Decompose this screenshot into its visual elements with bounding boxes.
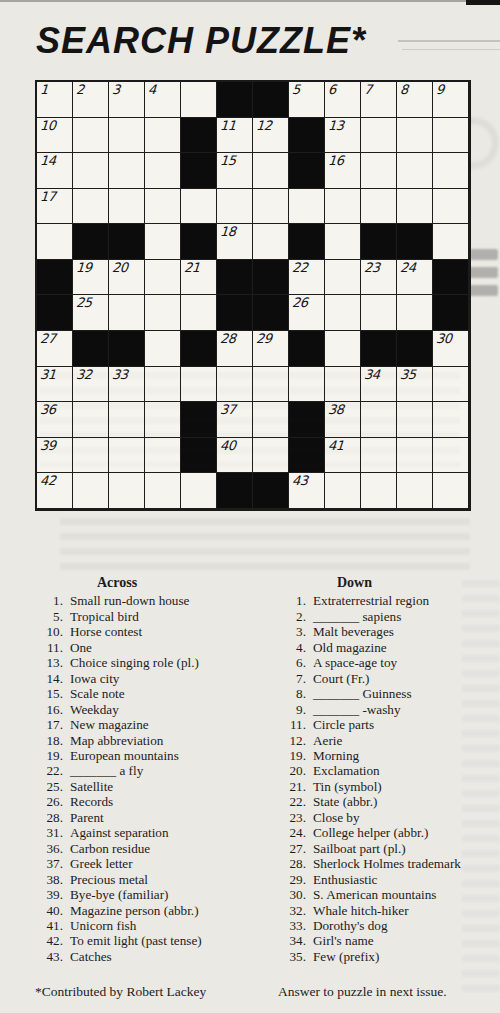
clue-number: 22. [35,763,63,778]
clue-text: Map abbreviation [70,733,265,748]
cell-r8c4[interactable] [145,331,181,367]
cell-number: 9 [435,82,444,98]
clue-number: 13. [35,655,63,670]
cell-number: 42 [39,473,56,489]
cell-number: 31 [39,367,56,383]
cell-r7c2[interactable]: 25 [73,295,109,331]
clue-down-22: 22.State (abbr.) [278,794,490,809]
cell-r7c8[interactable]: 26 [289,295,325,331]
cell-r1c10[interactable]: 7 [361,82,397,118]
clue-number: 4. [278,640,306,655]
page-title: SEARCH PUZZLE* [36,20,366,62]
cell-r12c1[interactable]: 42 [37,473,73,509]
cell-number: 41 [327,438,344,454]
cell-r10c9[interactable]: 38 [325,402,361,438]
cell-r1c8[interactable]: 5 [289,82,325,118]
cell-r12c8[interactable]: 43 [289,473,325,509]
clue-number: 19. [278,748,306,763]
cell-r11c8 [289,438,325,474]
clue-text: Scale note [70,686,265,701]
cell-r1c6 [217,82,253,118]
cell-number: 38 [327,402,344,418]
clue-number: 16. [35,702,63,717]
cell-r8c7[interactable]: 29 [253,331,289,367]
cell-r4c2[interactable] [73,189,109,225]
clue-across-11: 11.One [35,640,265,655]
cell-r5c10 [361,224,397,260]
cell-r2c12[interactable] [433,118,469,154]
cell-r4c8[interactable] [289,189,325,225]
clue-across-1: 1.Small run-down house [35,593,265,608]
clue-number: 10. [35,624,63,639]
cell-r1c11[interactable]: 8 [397,82,433,118]
cell-r3c3[interactable] [109,153,145,189]
cell-r11c3[interactable] [109,438,145,474]
cell-r7c4[interactable] [145,295,181,331]
clue-number: 36. [35,841,63,856]
cell-r5c9[interactable] [325,224,361,260]
cell-r3c12[interactable] [433,153,469,189]
clue-text: State (abbr.) [313,794,490,809]
clue-text: Precious metal [70,872,265,887]
clue-text: Court (Fr.) [313,671,490,686]
clue-text: Against separation [70,825,265,840]
cell-r7c10[interactable] [361,295,397,331]
clue-down-9: 9._______ -washy [278,702,490,717]
cell-r1c7 [253,82,289,118]
across-clues-section: Across 1.Small run-down house5.Tropical … [35,575,265,964]
clue-across-25: 25.Satellite [35,779,265,794]
cell-number: 28 [219,331,236,347]
cell-r12c2[interactable] [73,473,109,509]
cell-r11c6[interactable]: 40 [217,438,253,474]
cell-r9c6[interactable] [217,367,253,403]
clue-across-10: 10.Horse contest [35,624,265,639]
cell-number: 30 [435,331,452,347]
cell-r3c9[interactable]: 16 [325,153,361,189]
cell-r2c10[interactable] [361,118,397,154]
clue-across-39: 39.Bye-bye (familiar) [35,887,265,902]
clue-text: Extraterrestrial region [313,593,490,608]
cell-number: 3 [111,82,120,98]
cell-r3c5 [181,153,217,189]
cell-r8c8 [289,331,325,367]
clue-down-35: 35.Few (prefix) [278,949,490,964]
scan-corner-mark [466,0,500,5]
clue-down-28: 28.Sherlock Holmes trademark [278,856,490,871]
clue-number: 30. [278,887,306,902]
cell-r9c2[interactable]: 32 [73,367,109,403]
cell-r11c2[interactable] [73,438,109,474]
cell-r6c11[interactable]: 24 [397,260,433,296]
clue-text: _______ Guinness [313,686,490,701]
clue-across-18: 18.Map abbreviation [35,733,265,748]
clue-across-43: 43.Catches [35,949,265,964]
cell-number: 13 [327,118,344,134]
cell-r11c1[interactable]: 39 [37,438,73,474]
cell-r10c12[interactable] [433,402,469,438]
across-header: Across [35,575,265,590]
print-bleed-rule [398,40,500,42]
cell-r12c12[interactable] [433,473,469,509]
print-bleed-artifact [470,249,498,260]
cell-r3c7[interactable] [253,153,289,189]
clue-across-17: 17.New magazine [35,717,265,732]
cell-number: 5 [291,82,300,98]
cell-r8c12[interactable]: 30 [433,331,469,367]
clue-text: Close by [313,810,490,825]
cell-r11c4[interactable] [145,438,181,474]
clue-number: 3. [278,624,306,639]
cell-r2c8 [289,118,325,154]
clue-across-37: 37.Greek letter [35,856,265,871]
cell-r2c2[interactable] [73,118,109,154]
clue-across-5: 5.Tropical bird [35,609,265,624]
cell-r3c10[interactable] [361,153,397,189]
cell-r8c3 [109,331,145,367]
clue-number: 26. [35,794,63,809]
cell-r4c7[interactable] [253,189,289,225]
clue-down-11: 11.Circle parts [278,717,490,732]
cell-r9c5[interactable] [181,367,217,403]
cell-number: 16 [327,153,344,169]
clue-down-32: 32.Whale hitch-hiker [278,903,490,918]
cell-r10c1[interactable]: 36 [37,402,73,438]
clue-text: Small run-down house [70,593,265,608]
clue-number: 34. [278,933,306,948]
down-clues-section: Down 1.Extraterrestrial region2._______ … [278,575,490,964]
cell-r1c12[interactable]: 9 [433,82,469,118]
clue-across-31: 31.Against separation [35,825,265,840]
cell-r6c9[interactable] [325,260,361,296]
print-bleed-artifact [468,267,498,278]
cell-r7c11[interactable] [397,295,433,331]
cell-r12c3[interactable] [109,473,145,509]
cell-r11c10[interactable] [361,438,397,474]
cell-r10c5 [181,402,217,438]
cell-r8c10 [361,331,397,367]
clue-number: 27. [278,841,306,856]
clue-number: 2. [278,609,306,624]
clue-text: Sailboat part (pl.) [313,841,490,856]
clue-text: A space-age toy [313,655,490,670]
cell-r8c9[interactable] [325,331,361,367]
clue-text: Unicorn fish [70,918,265,933]
clue-number: 38. [35,872,63,887]
cell-r2c1[interactable]: 10 [37,118,73,154]
print-bleed-artifact [468,285,498,296]
clue-across-26: 26.Records [35,794,265,809]
cell-r3c2[interactable] [73,153,109,189]
cell-r9c8[interactable] [289,367,325,403]
cell-r6c4[interactable] [145,260,181,296]
cell-r8c11 [397,331,433,367]
cell-r9c3[interactable]: 33 [109,367,145,403]
clue-number: 9. [278,702,306,717]
clue-text: Tin (symbol) [313,779,490,794]
clue-down-8: 8._______ Guinness [278,686,490,701]
clue-number: 31. [35,825,63,840]
cell-r2c4[interactable] [145,118,181,154]
cell-r1c9[interactable]: 6 [325,82,361,118]
cell-r9c12[interactable] [433,367,469,403]
cell-r5c6[interactable]: 18 [217,224,253,260]
cell-r11c11[interactable] [397,438,433,474]
clue-number: 40. [35,903,63,918]
cell-r7c5[interactable] [181,295,217,331]
cell-r7c7 [253,295,289,331]
cell-r10c3[interactable] [109,402,145,438]
clue-number: 23. [278,810,306,825]
cell-r11c9[interactable]: 41 [325,438,361,474]
cell-r12c7 [253,473,289,509]
cell-r9c1[interactable]: 31 [37,367,73,403]
clue-down-20: 20.Exclamation [278,763,490,778]
cell-number: 15 [219,153,236,169]
clue-across-41: 41.Unicorn fish [35,918,265,933]
cell-r9c7[interactable] [253,367,289,403]
cell-r12c11[interactable] [397,473,433,509]
down-clue-list: 1.Extraterrestrial region2._______ sapie… [278,593,490,964]
clue-number: 15. [35,686,63,701]
cell-number: 43 [291,473,308,489]
cell-r1c1[interactable]: 1 [37,82,73,118]
clue-number: 22. [278,794,306,809]
cell-r10c2[interactable] [73,402,109,438]
clue-text: _______ a fly [70,763,265,778]
cell-r6c8[interactable]: 22 [289,260,325,296]
clue-text: Sherlock Holmes trademark [313,856,490,871]
clue-text: Iowa city [70,671,265,686]
clue-number: 20. [278,763,306,778]
clue-number: 17. [35,717,63,732]
clue-across-16: 16.Weekday [35,702,265,717]
clue-down-2: 2._______ sapiens [278,609,490,624]
cell-number: 27 [39,331,56,347]
cell-r2c6[interactable]: 11 [217,118,253,154]
clue-text: S. American mountains [313,887,490,902]
clue-text: Carbon residue [70,841,265,856]
cell-number: 35 [399,367,416,383]
cell-r1c3[interactable]: 3 [109,82,145,118]
cell-r5c2 [73,224,109,260]
cell-r9c4[interactable] [145,367,181,403]
cell-r2c11[interactable] [397,118,433,154]
cell-r6c10[interactable]: 23 [361,260,397,296]
clue-number: 12. [278,733,306,748]
clue-down-3: 3.Malt beverages [278,624,490,639]
cell-r10c11[interactable] [397,402,433,438]
cell-r5c5 [181,224,217,260]
clue-number: 29. [278,872,306,887]
cell-r4c6[interactable] [217,189,253,225]
clue-text: Tropical bird [70,609,265,624]
clue-text: Few (prefix) [313,949,490,964]
clue-number: 11. [35,640,63,655]
cell-number: 26 [291,295,308,311]
cell-number: 40 [219,438,236,454]
print-bleed-text [60,518,470,570]
clue-number: 24. [278,825,306,840]
cell-r6c1 [37,260,73,296]
cell-number: 19 [75,260,92,276]
across-clue-list: 1.Small run-down house5.Tropical bird10.… [35,593,265,964]
clue-text: Parent [70,810,265,825]
cell-r6c6 [217,260,253,296]
answer-note: Answer to puzzle in next issue. [278,984,447,1000]
clue-text: Girl's name [313,933,490,948]
cell-r10c4[interactable] [145,402,181,438]
clue-text: Enthusiastic [313,872,490,887]
clue-number: 42. [35,933,63,948]
cell-r7c12 [433,295,469,331]
clue-number: 25. [35,779,63,794]
clue-down-30: 30.S. American mountains [278,887,490,902]
cell-number: 33 [111,367,128,383]
cell-r4c10[interactable] [361,189,397,225]
cell-r5c1[interactable] [37,224,73,260]
clue-down-23: 23.Close by [278,810,490,825]
clue-across-36: 36.Carbon residue [35,841,265,856]
cell-number: 12 [255,118,272,134]
cell-number: 11 [219,118,236,134]
cell-r10c10[interactable] [361,402,397,438]
cell-r3c4[interactable] [145,153,181,189]
cell-r3c1[interactable]: 14 [37,153,73,189]
cell-r7c9[interactable] [325,295,361,331]
cell-r4c4[interactable] [145,189,181,225]
cell-r12c5[interactable] [181,473,217,509]
cell-r11c12[interactable] [433,438,469,474]
cell-r8c5 [181,331,217,367]
cell-r5c8 [289,224,325,260]
cell-r8c1[interactable]: 27 [37,331,73,367]
clue-number: 39. [35,887,63,902]
clue-text: College helper (abbr.) [313,825,490,840]
cell-r10c6[interactable]: 37 [217,402,253,438]
cell-number: 7 [363,82,372,98]
cell-r2c7[interactable]: 12 [253,118,289,154]
clue-text: Weekday [70,702,265,717]
cell-r8c2 [73,331,109,367]
clue-text: Old magazine [313,640,490,655]
cell-r4c3[interactable] [109,189,145,225]
clue-text: Circle parts [313,717,490,732]
cell-number: 24 [399,260,416,276]
clue-number: 33. [278,918,306,933]
cell-r12c4[interactable] [145,473,181,509]
cell-r9c11[interactable]: 35 [397,367,433,403]
clue-down-12: 12.Aerie [278,733,490,748]
clue-text: To emit light (past tense) [70,933,265,948]
cell-number: 1 [39,82,48,98]
cell-r3c6[interactable]: 15 [217,153,253,189]
cell-r7c3[interactable] [109,295,145,331]
cell-r10c7[interactable] [253,402,289,438]
contributor-note: *Contributed by Robert Lackey [35,984,206,1000]
cell-number: 20 [111,260,128,276]
cell-r11c7[interactable] [253,438,289,474]
cell-r4c9[interactable] [325,189,361,225]
cell-r9c10[interactable]: 34 [361,367,397,403]
cell-r2c3[interactable] [109,118,145,154]
cell-r6c5[interactable]: 21 [181,260,217,296]
clue-number: 32. [278,903,306,918]
cell-r5c4[interactable] [145,224,181,260]
clue-text: Morning [313,748,490,763]
clue-down-27: 27.Sailboat part (pl.) [278,841,490,856]
cell-r12c10[interactable] [361,473,397,509]
cell-number: 8 [399,82,408,98]
cell-number: 17 [39,189,56,205]
clue-across-15: 15.Scale note [35,686,265,701]
cell-r5c7[interactable] [253,224,289,260]
clue-text: European mountains [70,748,265,763]
clue-text: Malt beverages [313,624,490,639]
clue-text: Dorothy's dog [313,918,490,933]
cell-r1c4[interactable]: 4 [145,82,181,118]
cell-r4c11[interactable] [397,189,433,225]
cell-number: 25 [75,295,92,311]
clue-down-24: 24.College helper (abbr.) [278,825,490,840]
clue-down-6: 6.A space-age toy [278,655,490,670]
clue-across-22: 22._______ a fly [35,763,265,778]
cell-r8c6[interactable]: 28 [217,331,253,367]
clue-text: Magazine person (abbr.) [70,903,265,918]
cell-r1c5[interactable] [181,82,217,118]
clue-number: 1. [35,593,63,608]
cell-r6c7 [253,260,289,296]
print-bleed-rule [402,49,500,50]
clue-text: Catches [70,949,265,964]
cell-r2c9[interactable]: 13 [325,118,361,154]
clue-text: Choice singing role (pl.) [70,655,265,670]
cell-number: 6 [327,82,336,98]
clue-number: 18. [35,733,63,748]
clue-number: 43. [35,949,63,964]
clue-down-7: 7.Court (Fr.) [278,671,490,686]
clue-text: Horse contest [70,624,265,639]
cell-number: 23 [363,260,380,276]
cell-r7c6 [217,295,253,331]
scan-edge-line [0,0,500,2]
clue-text: Bye-bye (familiar) [70,887,265,902]
cell-r4c12[interactable] [433,189,469,225]
cell-r12c9[interactable] [325,473,361,509]
clue-number: 41. [35,918,63,933]
cell-number: 36 [39,402,56,418]
cell-r5c12[interactable] [433,224,469,260]
cell-r6c3[interactable]: 20 [109,260,145,296]
clue-text: Greek letter [70,856,265,871]
cell-r3c11[interactable] [397,153,433,189]
crossword-grid: 1234567891011121314151617181920212223242… [35,80,471,511]
cell-r4c5[interactable] [181,189,217,225]
cell-r9c9[interactable] [325,367,361,403]
cell-r10c8 [289,402,325,438]
down-header: Down [278,575,490,590]
cell-r1c2[interactable]: 2 [73,82,109,118]
clue-across-13: 13.Choice singing role (pl.) [35,655,265,670]
cell-r5c11 [397,224,433,260]
cell-r7c1 [37,295,73,331]
cell-number: 2 [75,82,84,98]
clue-down-29: 29.Enthusiastic [278,872,490,887]
clue-across-14: 14.Iowa city [35,671,265,686]
clue-down-19: 19.Morning [278,748,490,763]
cell-r4c1[interactable]: 17 [37,189,73,225]
cell-r6c2[interactable]: 19 [73,260,109,296]
